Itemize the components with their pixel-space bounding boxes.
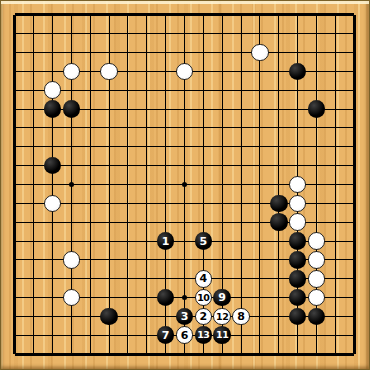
intersection[interactable] xyxy=(307,175,326,194)
intersection[interactable] xyxy=(213,137,232,156)
intersection[interactable] xyxy=(119,100,138,119)
intersection[interactable] xyxy=(175,119,194,138)
intersection[interactable] xyxy=(345,62,364,81)
intersection[interactable] xyxy=(326,326,345,345)
intersection[interactable] xyxy=(269,100,288,119)
intersection[interactable] xyxy=(156,269,175,288)
intersection[interactable] xyxy=(156,175,175,194)
intersection[interactable] xyxy=(213,345,232,364)
intersection[interactable] xyxy=(137,137,156,156)
intersection[interactable] xyxy=(62,119,81,138)
intersection[interactable] xyxy=(326,24,345,43)
intersection[interactable] xyxy=(62,288,81,307)
intersection[interactable] xyxy=(62,345,81,364)
intersection[interactable] xyxy=(81,43,100,62)
intersection[interactable] xyxy=(345,213,364,232)
intersection[interactable] xyxy=(269,6,288,25)
intersection[interactable] xyxy=(194,156,213,175)
intersection[interactable] xyxy=(100,250,119,269)
intersection[interactable] xyxy=(119,345,138,364)
intersection[interactable] xyxy=(250,345,269,364)
intersection[interactable] xyxy=(269,269,288,288)
intersection[interactable] xyxy=(119,6,138,25)
intersection[interactable] xyxy=(250,43,269,62)
intersection[interactable] xyxy=(288,137,307,156)
intersection[interactable] xyxy=(269,232,288,251)
intersection[interactable] xyxy=(288,288,307,307)
intersection[interactable] xyxy=(326,194,345,213)
intersection[interactable] xyxy=(100,194,119,213)
intersection[interactable] xyxy=(6,326,25,345)
intersection[interactable] xyxy=(100,288,119,307)
intersection[interactable]: 3 xyxy=(175,307,194,326)
intersection[interactable] xyxy=(175,175,194,194)
intersection[interactable]: 12 xyxy=(213,307,232,326)
intersection[interactable] xyxy=(250,269,269,288)
intersection[interactable] xyxy=(43,156,62,175)
intersection[interactable] xyxy=(194,137,213,156)
intersection[interactable] xyxy=(62,213,81,232)
intersection[interactable] xyxy=(43,194,62,213)
intersection[interactable] xyxy=(100,100,119,119)
intersection[interactable] xyxy=(24,81,43,100)
intersection[interactable] xyxy=(43,62,62,81)
intersection[interactable] xyxy=(119,137,138,156)
intersection[interactable] xyxy=(24,6,43,25)
intersection[interactable] xyxy=(269,137,288,156)
intersection[interactable] xyxy=(326,81,345,100)
intersection[interactable] xyxy=(24,137,43,156)
intersection[interactable] xyxy=(269,24,288,43)
intersection[interactable] xyxy=(194,194,213,213)
intersection[interactable] xyxy=(288,326,307,345)
intersection[interactable] xyxy=(100,269,119,288)
intersection[interactable] xyxy=(81,307,100,326)
intersection[interactable] xyxy=(232,288,251,307)
intersection[interactable] xyxy=(62,100,81,119)
intersection[interactable]: 1 xyxy=(156,232,175,251)
intersection[interactable] xyxy=(288,119,307,138)
intersection[interactable] xyxy=(269,307,288,326)
intersection[interactable] xyxy=(345,269,364,288)
intersection[interactable] xyxy=(81,213,100,232)
intersection[interactable] xyxy=(137,119,156,138)
intersection[interactable] xyxy=(81,175,100,194)
intersection[interactable] xyxy=(62,307,81,326)
intersection[interactable] xyxy=(119,194,138,213)
intersection[interactable]: 4 xyxy=(194,269,213,288)
intersection[interactable] xyxy=(100,6,119,25)
intersection[interactable] xyxy=(81,345,100,364)
intersection[interactable] xyxy=(326,119,345,138)
intersection[interactable] xyxy=(213,250,232,269)
intersection[interactable] xyxy=(269,288,288,307)
intersection[interactable] xyxy=(6,213,25,232)
intersection[interactable] xyxy=(81,6,100,25)
intersection[interactable] xyxy=(137,250,156,269)
intersection[interactable]: 10 xyxy=(194,288,213,307)
intersection[interactable] xyxy=(43,213,62,232)
intersection[interactable] xyxy=(24,119,43,138)
intersection[interactable] xyxy=(269,156,288,175)
intersection[interactable] xyxy=(156,250,175,269)
intersection[interactable] xyxy=(175,24,194,43)
intersection[interactable] xyxy=(62,137,81,156)
intersection[interactable] xyxy=(100,156,119,175)
intersection[interactable] xyxy=(288,6,307,25)
intersection[interactable] xyxy=(175,100,194,119)
intersection[interactable] xyxy=(232,194,251,213)
intersection[interactable] xyxy=(24,24,43,43)
intersection[interactable] xyxy=(232,345,251,364)
intersection[interactable] xyxy=(81,288,100,307)
intersection[interactable] xyxy=(6,175,25,194)
intersection[interactable] xyxy=(175,81,194,100)
intersection[interactable] xyxy=(156,288,175,307)
intersection[interactable] xyxy=(43,175,62,194)
intersection[interactable] xyxy=(194,250,213,269)
intersection[interactable] xyxy=(156,43,175,62)
intersection[interactable] xyxy=(6,119,25,138)
intersection[interactable] xyxy=(288,269,307,288)
intersection[interactable] xyxy=(345,250,364,269)
intersection[interactable]: 7 xyxy=(156,326,175,345)
intersection[interactable] xyxy=(100,119,119,138)
intersection[interactable] xyxy=(307,119,326,138)
intersection[interactable] xyxy=(6,232,25,251)
intersection[interactable] xyxy=(250,213,269,232)
intersection[interactable] xyxy=(6,269,25,288)
intersection[interactable] xyxy=(175,62,194,81)
intersection[interactable] xyxy=(345,43,364,62)
intersection[interactable] xyxy=(119,213,138,232)
intersection[interactable] xyxy=(137,175,156,194)
intersection[interactable] xyxy=(6,81,25,100)
intersection[interactable] xyxy=(62,62,81,81)
intersection[interactable] xyxy=(100,137,119,156)
intersection[interactable] xyxy=(81,137,100,156)
intersection[interactable] xyxy=(345,194,364,213)
intersection[interactable] xyxy=(345,288,364,307)
intersection[interactable] xyxy=(43,269,62,288)
intersection[interactable] xyxy=(288,194,307,213)
intersection[interactable] xyxy=(250,62,269,81)
intersection[interactable] xyxy=(119,250,138,269)
intersection[interactable] xyxy=(81,232,100,251)
intersection[interactable] xyxy=(307,269,326,288)
intersection[interactable] xyxy=(326,307,345,326)
intersection[interactable] xyxy=(6,6,25,25)
intersection[interactable] xyxy=(213,43,232,62)
intersection[interactable] xyxy=(326,345,345,364)
intersection[interactable] xyxy=(24,326,43,345)
intersection[interactable] xyxy=(213,213,232,232)
intersection[interactable] xyxy=(307,307,326,326)
intersection[interactable]: 8 xyxy=(232,307,251,326)
intersection[interactable] xyxy=(232,81,251,100)
intersection[interactable] xyxy=(156,307,175,326)
intersection[interactable] xyxy=(250,24,269,43)
intersection[interactable]: 6 xyxy=(175,326,194,345)
intersection[interactable] xyxy=(307,43,326,62)
intersection[interactable] xyxy=(62,269,81,288)
intersection[interactable] xyxy=(137,326,156,345)
intersection[interactable] xyxy=(213,81,232,100)
intersection[interactable] xyxy=(156,62,175,81)
intersection[interactable] xyxy=(137,43,156,62)
intersection[interactable] xyxy=(43,345,62,364)
intersection[interactable] xyxy=(137,81,156,100)
intersection[interactable] xyxy=(62,232,81,251)
intersection[interactable] xyxy=(307,288,326,307)
intersection[interactable] xyxy=(100,62,119,81)
intersection[interactable] xyxy=(269,175,288,194)
intersection[interactable] xyxy=(288,156,307,175)
intersection[interactable] xyxy=(119,62,138,81)
intersection[interactable] xyxy=(100,43,119,62)
intersection[interactable] xyxy=(43,6,62,25)
intersection[interactable] xyxy=(156,213,175,232)
intersection[interactable] xyxy=(62,250,81,269)
intersection[interactable] xyxy=(250,326,269,345)
intersection[interactable] xyxy=(307,232,326,251)
intersection[interactable] xyxy=(213,100,232,119)
intersection[interactable] xyxy=(81,194,100,213)
intersection[interactable] xyxy=(307,100,326,119)
intersection[interactable] xyxy=(119,175,138,194)
intersection[interactable] xyxy=(269,43,288,62)
intersection[interactable] xyxy=(250,307,269,326)
intersection[interactable] xyxy=(345,81,364,100)
intersection[interactable] xyxy=(24,345,43,364)
intersection[interactable] xyxy=(345,345,364,364)
intersection[interactable] xyxy=(6,100,25,119)
intersection[interactable] xyxy=(326,269,345,288)
intersection[interactable] xyxy=(250,6,269,25)
intersection[interactable] xyxy=(345,137,364,156)
intersection[interactable] xyxy=(156,119,175,138)
intersection[interactable] xyxy=(24,307,43,326)
intersection[interactable] xyxy=(119,43,138,62)
intersection[interactable] xyxy=(24,62,43,81)
intersection[interactable] xyxy=(288,100,307,119)
intersection[interactable] xyxy=(326,288,345,307)
intersection[interactable] xyxy=(175,345,194,364)
intersection[interactable] xyxy=(81,24,100,43)
intersection[interactable] xyxy=(232,269,251,288)
intersection[interactable] xyxy=(156,345,175,364)
intersection[interactable] xyxy=(43,307,62,326)
intersection[interactable] xyxy=(232,137,251,156)
intersection[interactable] xyxy=(119,288,138,307)
intersection[interactable] xyxy=(137,194,156,213)
intersection[interactable] xyxy=(269,62,288,81)
intersection[interactable] xyxy=(43,119,62,138)
intersection[interactable] xyxy=(100,175,119,194)
intersection[interactable] xyxy=(194,43,213,62)
intersection[interactable] xyxy=(269,119,288,138)
intersection[interactable] xyxy=(250,175,269,194)
intersection[interactable] xyxy=(194,100,213,119)
intersection[interactable] xyxy=(345,326,364,345)
intersection[interactable] xyxy=(43,326,62,345)
intersection[interactable] xyxy=(345,100,364,119)
intersection[interactable] xyxy=(175,194,194,213)
intersection[interactable] xyxy=(250,288,269,307)
intersection[interactable] xyxy=(326,62,345,81)
intersection[interactable] xyxy=(213,6,232,25)
intersection[interactable] xyxy=(175,213,194,232)
intersection[interactable] xyxy=(307,62,326,81)
intersection[interactable] xyxy=(345,307,364,326)
intersection[interactable] xyxy=(100,326,119,345)
intersection[interactable]: 5 xyxy=(194,232,213,251)
intersection[interactable] xyxy=(119,307,138,326)
intersection[interactable] xyxy=(6,62,25,81)
intersection[interactable] xyxy=(213,232,232,251)
intersection[interactable] xyxy=(213,269,232,288)
intersection[interactable] xyxy=(326,43,345,62)
intersection[interactable] xyxy=(43,288,62,307)
intersection[interactable] xyxy=(6,156,25,175)
intersection[interactable] xyxy=(24,194,43,213)
intersection[interactable] xyxy=(24,43,43,62)
intersection[interactable] xyxy=(119,24,138,43)
intersection[interactable] xyxy=(119,119,138,138)
intersection[interactable] xyxy=(81,269,100,288)
intersection[interactable] xyxy=(6,250,25,269)
intersection[interactable]: 9 xyxy=(213,288,232,307)
intersection[interactable] xyxy=(250,119,269,138)
intersection[interactable] xyxy=(81,81,100,100)
intersection[interactable] xyxy=(345,232,364,251)
intersection[interactable] xyxy=(288,43,307,62)
intersection[interactable] xyxy=(175,43,194,62)
intersection[interactable] xyxy=(288,213,307,232)
intersection[interactable] xyxy=(43,137,62,156)
intersection[interactable] xyxy=(250,194,269,213)
intersection[interactable] xyxy=(137,100,156,119)
intersection[interactable] xyxy=(345,175,364,194)
intersection[interactable] xyxy=(232,43,251,62)
intersection[interactable] xyxy=(345,6,364,25)
intersection[interactable] xyxy=(175,288,194,307)
intersection[interactable] xyxy=(307,250,326,269)
intersection[interactable] xyxy=(326,175,345,194)
intersection[interactable] xyxy=(43,81,62,100)
intersection[interactable] xyxy=(288,62,307,81)
intersection[interactable] xyxy=(156,137,175,156)
intersection[interactable] xyxy=(232,213,251,232)
intersection[interactable] xyxy=(250,156,269,175)
intersection[interactable] xyxy=(175,137,194,156)
intersection[interactable] xyxy=(100,24,119,43)
intersection[interactable] xyxy=(250,100,269,119)
intersection[interactable] xyxy=(137,232,156,251)
intersection[interactable] xyxy=(137,288,156,307)
intersection[interactable] xyxy=(24,288,43,307)
intersection[interactable] xyxy=(326,250,345,269)
intersection[interactable] xyxy=(43,232,62,251)
intersection[interactable] xyxy=(100,213,119,232)
intersection[interactable] xyxy=(232,62,251,81)
intersection[interactable] xyxy=(43,250,62,269)
intersection[interactable] xyxy=(269,194,288,213)
intersection[interactable] xyxy=(288,307,307,326)
intersection[interactable] xyxy=(194,24,213,43)
intersection[interactable] xyxy=(194,81,213,100)
intersection[interactable] xyxy=(81,62,100,81)
intersection[interactable] xyxy=(24,175,43,194)
intersection[interactable] xyxy=(24,156,43,175)
intersection[interactable] xyxy=(232,100,251,119)
intersection[interactable] xyxy=(43,100,62,119)
intersection[interactable] xyxy=(81,326,100,345)
intersection[interactable] xyxy=(62,326,81,345)
intersection[interactable] xyxy=(119,269,138,288)
intersection[interactable] xyxy=(288,250,307,269)
intersection[interactable] xyxy=(175,156,194,175)
intersection[interactable] xyxy=(326,6,345,25)
intersection[interactable] xyxy=(43,43,62,62)
intersection[interactable] xyxy=(213,156,232,175)
intersection[interactable] xyxy=(326,156,345,175)
intersection[interactable] xyxy=(119,156,138,175)
intersection[interactable] xyxy=(194,213,213,232)
intersection[interactable] xyxy=(6,24,25,43)
intersection[interactable] xyxy=(232,119,251,138)
intersection[interactable] xyxy=(156,24,175,43)
intersection[interactable] xyxy=(24,269,43,288)
intersection[interactable] xyxy=(194,345,213,364)
intersection[interactable] xyxy=(43,24,62,43)
intersection[interactable] xyxy=(119,326,138,345)
intersection[interactable] xyxy=(288,345,307,364)
intersection[interactable] xyxy=(213,24,232,43)
intersection[interactable] xyxy=(175,232,194,251)
intersection[interactable] xyxy=(137,269,156,288)
intersection[interactable] xyxy=(194,62,213,81)
intersection[interactable] xyxy=(137,307,156,326)
intersection[interactable] xyxy=(194,119,213,138)
intersection[interactable] xyxy=(326,137,345,156)
intersection[interactable] xyxy=(24,213,43,232)
intersection[interactable] xyxy=(326,100,345,119)
intersection[interactable] xyxy=(6,288,25,307)
intersection[interactable] xyxy=(232,6,251,25)
intersection[interactable] xyxy=(62,156,81,175)
intersection[interactable] xyxy=(194,6,213,25)
intersection[interactable] xyxy=(24,232,43,251)
intersection[interactable] xyxy=(6,345,25,364)
intersection[interactable] xyxy=(81,119,100,138)
intersection[interactable] xyxy=(326,232,345,251)
intersection[interactable] xyxy=(175,269,194,288)
intersection[interactable] xyxy=(345,119,364,138)
intersection[interactable] xyxy=(6,43,25,62)
intersection[interactable] xyxy=(213,194,232,213)
intersection[interactable] xyxy=(156,156,175,175)
intersection[interactable] xyxy=(100,345,119,364)
intersection[interactable] xyxy=(81,100,100,119)
intersection[interactable] xyxy=(232,175,251,194)
intersection[interactable] xyxy=(307,213,326,232)
intersection[interactable] xyxy=(62,175,81,194)
intersection[interactable] xyxy=(307,137,326,156)
intersection[interactable] xyxy=(250,232,269,251)
intersection[interactable]: 2 xyxy=(194,307,213,326)
intersection[interactable] xyxy=(307,194,326,213)
